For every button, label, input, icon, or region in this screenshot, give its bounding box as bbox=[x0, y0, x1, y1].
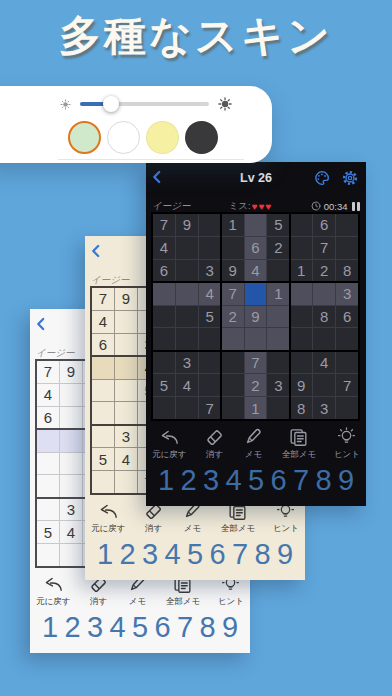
numpad-7[interactable]: 7 bbox=[174, 611, 196, 644]
cell-r4c2[interactable] bbox=[60, 430, 82, 452]
cell-r9c2[interactable] bbox=[60, 544, 82, 566]
cell-r9c1[interactable] bbox=[37, 544, 59, 566]
sun-bright-icon bbox=[218, 97, 232, 111]
cell-r8c8[interactable] bbox=[313, 374, 335, 396]
tool-label: ヒント bbox=[334, 449, 360, 461]
status-bar: イージー ミス: ♥♥♥ 00:34 bbox=[152, 199, 360, 213]
cell-r9c5[interactable]: 1 bbox=[245, 397, 267, 419]
cell-r6c4[interactable] bbox=[222, 328, 244, 350]
mistakes-label: ミス: bbox=[229, 200, 251, 213]
cell-r1c5[interactable] bbox=[245, 214, 267, 236]
cell-r9c2[interactable] bbox=[115, 471, 137, 493]
cell-r6c2[interactable] bbox=[115, 402, 137, 424]
bulb-icon bbox=[336, 427, 357, 448]
cell-r3c9[interactable]: 8 bbox=[336, 260, 358, 282]
cell-r8c2[interactable]: 4 bbox=[115, 448, 137, 470]
skin-swatch-dark[interactable] bbox=[185, 121, 218, 154]
cell-r9c1[interactable] bbox=[92, 471, 114, 493]
cell-r4c4[interactable]: 7 bbox=[222, 283, 244, 305]
cell-r7c2[interactable]: 3 bbox=[60, 498, 82, 520]
cell-r9c4[interactable] bbox=[222, 397, 244, 419]
numpad-1[interactable]: 1 bbox=[39, 611, 61, 644]
pages-button[interactable]: 全部メモ bbox=[282, 427, 316, 461]
cell-r6c5[interactable] bbox=[245, 328, 267, 350]
cell-r2c2[interactable] bbox=[115, 311, 137, 333]
cell-r8c9[interactable]: 7 bbox=[336, 374, 358, 396]
box-line bbox=[152, 281, 359, 283]
cell-r6c1[interactable] bbox=[153, 328, 175, 350]
cell-r8c3[interactable] bbox=[199, 374, 221, 396]
skin-swatches bbox=[68, 121, 218, 154]
cell-r7c2[interactable]: 3 bbox=[176, 351, 198, 373]
tool-label: 全部メモ bbox=[282, 449, 316, 461]
cell-r8c2[interactable]: 4 bbox=[60, 521, 82, 543]
back-button[interactable] bbox=[91, 244, 100, 258]
numpad-5[interactable]: 5 bbox=[184, 538, 206, 571]
slider-thumb[interactable] bbox=[103, 96, 119, 112]
hearts: ♥♥♥ bbox=[252, 201, 273, 212]
tool-label: ヒント bbox=[218, 596, 244, 608]
cell-r1c2[interactable]: 9 bbox=[115, 288, 137, 310]
cell-r8c2[interactable]: 4 bbox=[176, 374, 198, 396]
bulb-button[interactable]: ヒント bbox=[334, 427, 360, 461]
cell-r9c7[interactable]: 8 bbox=[290, 397, 312, 419]
cell-r6c2[interactable] bbox=[176, 328, 198, 350]
cell-r7c2[interactable]: 3 bbox=[115, 425, 137, 447]
cell-r4c1[interactable] bbox=[37, 430, 59, 452]
cell-r5c2[interactable] bbox=[176, 306, 198, 328]
back-button[interactable] bbox=[152, 170, 161, 184]
cell-r1c1[interactable]: 7 bbox=[37, 361, 59, 383]
cell-r7c5[interactable]: 7 bbox=[245, 351, 267, 373]
cell-r9c8[interactable]: 3 bbox=[313, 397, 335, 419]
numpad-1[interactable]: 1 bbox=[94, 538, 116, 571]
cell-r3c4[interactable]: 9 bbox=[222, 260, 244, 282]
cell-r7c7[interactable] bbox=[290, 351, 312, 373]
numpad-9[interactable]: 9 bbox=[274, 538, 296, 571]
numpad-5[interactable]: 5 bbox=[129, 611, 151, 644]
cell-r5c7[interactable] bbox=[290, 306, 312, 328]
tool-label: メモ bbox=[129, 596, 146, 608]
cell-r1c4[interactable]: 1 bbox=[222, 214, 244, 236]
time-value: 00:34 bbox=[324, 201, 348, 212]
app-background: { "title": "多種なスキン", "colors": { "backgr… bbox=[0, 0, 392, 696]
sudoku-grid: 79156462763941284713529863745423977183 bbox=[151, 212, 360, 421]
cell-r6c1[interactable] bbox=[37, 475, 59, 497]
cell-r7c4[interactable] bbox=[222, 351, 244, 373]
cell-r4c1[interactable] bbox=[92, 357, 114, 379]
pages-icon bbox=[288, 427, 309, 448]
box-line bbox=[220, 213, 222, 420]
cell-r9c9[interactable] bbox=[336, 397, 358, 419]
cell-r9c1[interactable] bbox=[153, 397, 175, 419]
cell-r7c9[interactable] bbox=[336, 351, 358, 373]
cell-r6c9[interactable] bbox=[336, 328, 358, 350]
cell-r1c2[interactable]: 9 bbox=[60, 361, 82, 383]
cell-r1c1[interactable]: 7 bbox=[153, 214, 175, 236]
numpad-4[interactable]: 4 bbox=[107, 611, 129, 644]
cell-r2c4[interactable] bbox=[222, 237, 244, 259]
cell-r2c3[interactable] bbox=[199, 237, 221, 259]
sun-dim-icon bbox=[60, 99, 71, 110]
cell-r5c4[interactable]: 2 bbox=[222, 306, 244, 328]
tool-label: 消す bbox=[145, 523, 162, 535]
numpad-4[interactable]: 4 bbox=[223, 464, 245, 497]
cell-r1c3[interactable] bbox=[199, 214, 221, 236]
numpad-5[interactable]: 5 bbox=[245, 464, 267, 497]
numpad-6[interactable]: 6 bbox=[268, 464, 290, 497]
eraser-button[interactable]: 消す bbox=[143, 501, 164, 535]
gear-icon[interactable] bbox=[341, 169, 359, 187]
cell-r5c5[interactable]: 9 bbox=[245, 306, 267, 328]
cell-r1c7[interactable] bbox=[290, 214, 312, 236]
cell-r1c9[interactable] bbox=[336, 214, 358, 236]
cell-r6c8[interactable] bbox=[313, 328, 335, 350]
back-button[interactable] bbox=[36, 317, 45, 331]
numpad-9[interactable]: 9 bbox=[219, 611, 241, 644]
numpad-3[interactable]: 3 bbox=[139, 538, 161, 571]
numpad-1[interactable]: 1 bbox=[155, 464, 177, 497]
numpad-7[interactable]: 7 bbox=[229, 538, 251, 571]
skin-swatch-green[interactable] bbox=[68, 121, 101, 154]
cell-r2c2[interactable] bbox=[176, 237, 198, 259]
tool-label: メモ bbox=[184, 523, 201, 535]
mistakes: ミス: ♥♥♥ bbox=[229, 200, 273, 213]
cell-r6c6[interactable] bbox=[267, 328, 289, 350]
sudoku-screenshot-dark: Lv 26 bbox=[146, 162, 366, 506]
cell-r3c8[interactable]: 2 bbox=[313, 260, 335, 282]
cell-r1c6[interactable]: 5 bbox=[267, 214, 289, 236]
pen-button[interactable]: メモ bbox=[243, 427, 264, 461]
pause-button[interactable] bbox=[352, 202, 360, 211]
cell-r1c8[interactable]: 6 bbox=[313, 214, 335, 236]
numpad-9[interactable]: 9 bbox=[335, 464, 357, 497]
cell-r2c7[interactable] bbox=[290, 237, 312, 259]
timer: 00:34 bbox=[311, 201, 360, 212]
palette-icon[interactable] bbox=[313, 169, 331, 187]
cell-r5c2[interactable] bbox=[115, 380, 137, 402]
numpad-2[interactable]: 2 bbox=[178, 464, 200, 497]
undo-button[interactable]: 元に戻す bbox=[36, 574, 70, 608]
cell-r2c9[interactable] bbox=[336, 237, 358, 259]
cell-r7c1[interactable] bbox=[92, 425, 114, 447]
cell-r3c1[interactable]: 6 bbox=[37, 407, 59, 429]
cell-r9c2[interactable] bbox=[176, 397, 198, 419]
cell-r8c5[interactable]: 2 bbox=[245, 374, 267, 396]
bulb-button[interactable]: ヒント bbox=[273, 501, 299, 535]
numpad-6[interactable]: 6 bbox=[152, 611, 174, 644]
cell-r8c7[interactable]: 9 bbox=[290, 374, 312, 396]
cell-r7c6[interactable] bbox=[267, 351, 289, 373]
skin-settings-card bbox=[0, 86, 272, 163]
page-title: 多種なスキン bbox=[0, 8, 392, 64]
cell-r7c1[interactable] bbox=[153, 351, 175, 373]
cell-r7c8[interactable]: 4 bbox=[313, 351, 335, 373]
number-pad: 123456789 bbox=[94, 535, 296, 573]
slider-track[interactable] bbox=[80, 102, 209, 106]
tool-label: 消す bbox=[206, 449, 223, 461]
tool-label: 元に戻す bbox=[152, 449, 186, 461]
cell-r3c7[interactable]: 1 bbox=[290, 260, 312, 282]
cell-r5c3[interactable]: 5 bbox=[199, 306, 221, 328]
tool-label: 全部メモ bbox=[166, 596, 200, 608]
cell-r5c1[interactable] bbox=[37, 453, 59, 475]
cell-r4c8[interactable] bbox=[313, 283, 335, 305]
number-pad: 123456789 bbox=[155, 461, 357, 499]
cell-r3c6[interactable] bbox=[267, 260, 289, 282]
cell-r6c1[interactable] bbox=[92, 402, 114, 424]
cell-r2c2[interactable] bbox=[60, 384, 82, 406]
brightness-slider[interactable] bbox=[60, 95, 232, 113]
cell-r7c1[interactable] bbox=[37, 498, 59, 520]
cell-r3c1[interactable]: 6 bbox=[153, 260, 175, 282]
cell-r9c3[interactable]: 7 bbox=[199, 397, 221, 419]
cell-r3c2[interactable] bbox=[115, 334, 137, 356]
cell-r3c3[interactable]: 3 bbox=[199, 260, 221, 282]
panel-header: Lv 26 bbox=[146, 168, 366, 188]
cell-r4c9[interactable]: 3 bbox=[336, 283, 358, 305]
cell-r5c1[interactable] bbox=[153, 306, 175, 328]
tool-label: 消す bbox=[90, 596, 107, 608]
cell-r7c3[interactable] bbox=[199, 351, 221, 373]
numpad-8[interactable]: 8 bbox=[313, 464, 335, 497]
card-divider bbox=[58, 159, 244, 160]
numpad-6[interactable]: 6 bbox=[207, 538, 229, 571]
cell-r5c1[interactable] bbox=[92, 380, 114, 402]
tool-label: 元に戻す bbox=[36, 596, 70, 608]
tool-label: 元に戻す bbox=[91, 523, 125, 535]
cell-r2c1[interactable]: 4 bbox=[92, 311, 114, 333]
difficulty-label: イージー bbox=[152, 200, 190, 213]
cell-r4c2[interactable] bbox=[115, 357, 137, 379]
cell-r4c7[interactable] bbox=[290, 283, 312, 305]
cell-r2c6[interactable]: 2 bbox=[267, 237, 289, 259]
undo-icon bbox=[159, 427, 180, 448]
undo-button[interactable]: 元に戻す bbox=[91, 501, 125, 535]
cell-r4c5[interactable] bbox=[245, 283, 267, 305]
cell-r9c6[interactable] bbox=[267, 397, 289, 419]
difficulty-label: イージー bbox=[91, 274, 129, 287]
cell-r4c2[interactable] bbox=[176, 283, 198, 305]
cell-r2c1[interactable]: 4 bbox=[153, 237, 175, 259]
numpad-2[interactable]: 2 bbox=[62, 611, 84, 644]
pen-icon bbox=[243, 427, 264, 448]
cell-r3c2[interactable] bbox=[60, 407, 82, 429]
cell-r8c1[interactable]: 5 bbox=[92, 448, 114, 470]
box-line bbox=[289, 213, 291, 420]
box-line bbox=[152, 350, 359, 352]
undo-icon bbox=[98, 501, 119, 522]
skin-swatch-yellow[interactable] bbox=[146, 121, 179, 154]
tool-label: メモ bbox=[245, 449, 262, 461]
cell-r1c1[interactable]: 7 bbox=[92, 288, 114, 310]
clock-icon bbox=[311, 201, 321, 211]
pen-button[interactable]: メモ bbox=[182, 501, 203, 535]
undo-button[interactable]: 元に戻す bbox=[152, 427, 186, 461]
numpad-3[interactable]: 3 bbox=[200, 464, 222, 497]
pages-button[interactable]: 全部メモ bbox=[221, 501, 255, 535]
cell-r8c1[interactable]: 5 bbox=[153, 374, 175, 396]
cell-r5c2[interactable] bbox=[60, 453, 82, 475]
eraser-icon bbox=[204, 427, 225, 448]
numpad-8[interactable]: 8 bbox=[252, 538, 274, 571]
cell-r8c6[interactable]: 3 bbox=[267, 374, 289, 396]
cell-r2c1[interactable]: 4 bbox=[37, 384, 59, 406]
undo-icon bbox=[43, 574, 64, 595]
cell-r3c2[interactable] bbox=[176, 260, 198, 282]
eraser-button[interactable]: 消す bbox=[204, 427, 225, 461]
cell-r4c1[interactable] bbox=[153, 283, 175, 305]
difficulty-label: イージー bbox=[36, 347, 74, 360]
number-pad: 123456789 bbox=[39, 608, 241, 646]
cell-r8c1[interactable]: 5 bbox=[37, 521, 59, 543]
cell-r6c2[interactable] bbox=[60, 475, 82, 497]
cell-r4c3[interactable]: 4 bbox=[199, 283, 221, 305]
cell-r2c5[interactable]: 6 bbox=[245, 237, 267, 259]
numpad-3[interactable]: 3 bbox=[84, 611, 106, 644]
cell-r6c3[interactable] bbox=[199, 328, 221, 350]
numpad-7[interactable]: 7 bbox=[290, 464, 312, 497]
cell-r3c1[interactable]: 6 bbox=[92, 334, 114, 356]
tool-label: ヒント bbox=[273, 523, 299, 535]
numpad-8[interactable]: 8 bbox=[197, 611, 219, 644]
cell-r1c2[interactable]: 9 bbox=[176, 214, 198, 236]
cell-r4c6[interactable]: 1 bbox=[267, 283, 289, 305]
tool-label: 全部メモ bbox=[221, 523, 255, 535]
cell-r3c5[interactable]: 4 bbox=[245, 260, 267, 282]
cell-r5c6[interactable] bbox=[267, 306, 289, 328]
numpad-2[interactable]: 2 bbox=[117, 538, 139, 571]
cell-r8c4[interactable] bbox=[222, 374, 244, 396]
cell-r2c8[interactable]: 7 bbox=[313, 237, 335, 259]
numpad-4[interactable]: 4 bbox=[162, 538, 184, 571]
skin-swatch-white[interactable] bbox=[107, 121, 140, 154]
toolbar: 元に戻す消すメモ全部メモヒント bbox=[152, 425, 360, 461]
cell-r5c9[interactable]: 6 bbox=[336, 306, 358, 328]
cell-r6c7[interactable] bbox=[290, 328, 312, 350]
cell-r5c8[interactable]: 8 bbox=[313, 306, 335, 328]
